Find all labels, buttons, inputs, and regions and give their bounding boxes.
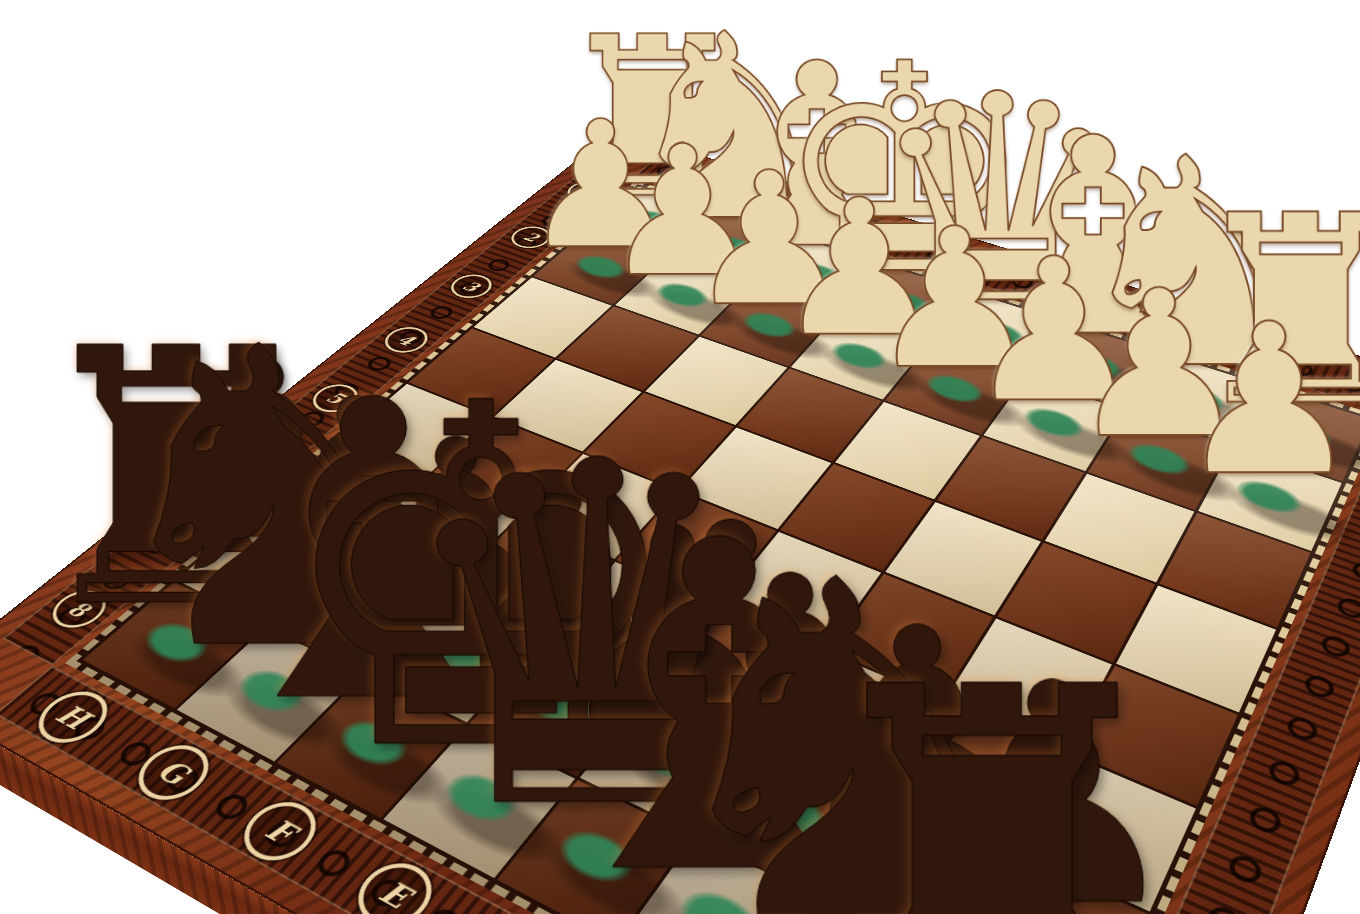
piece-white-pawn-a2[interactable]: ♟ [1176,305,1360,497]
product-photo-scene: 12345678 HGFEDCBA ♜♞♝♚♛♝♞♜♟♟♟♟♟♟♟♟♟♟♟♟♟♟… [0,0,1360,914]
piece-black-rook-a8[interactable]: ♜ [793,650,1191,914]
chess-board: 12345678 HGFEDCBA ♜♞♝♚♛♝♞♜♟♟♟♟♟♟♟♟♟♟♟♟♟♟… [0,130,1360,914]
file-label-f: F [230,792,331,871]
file-label-e: E [343,853,446,914]
file-label-h: H [24,683,121,753]
file-label-g: G [124,736,223,810]
